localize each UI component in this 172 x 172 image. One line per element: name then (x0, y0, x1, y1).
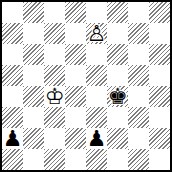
square-a7[interactable] (2, 23, 23, 44)
square-f7[interactable] (107, 23, 128, 44)
square-b1[interactable] (23, 149, 44, 170)
square-h4[interactable] (149, 86, 170, 107)
white-king-c4[interactable]: ♔ (45, 86, 65, 107)
square-f8[interactable] (107, 2, 128, 23)
white-pawn-e7[interactable]: ♙ (87, 23, 107, 44)
square-e6[interactable] (86, 44, 107, 65)
square-g1[interactable] (128, 149, 149, 170)
square-g4[interactable] (128, 86, 149, 107)
square-c1[interactable] (44, 149, 65, 170)
square-c2[interactable] (44, 128, 65, 149)
square-d7[interactable] (65, 23, 86, 44)
square-d4[interactable] (65, 86, 86, 107)
square-g7[interactable] (128, 23, 149, 44)
square-e3[interactable] (86, 107, 107, 128)
square-a8[interactable] (2, 2, 23, 23)
square-c7[interactable] (44, 23, 65, 44)
square-c6[interactable] (44, 44, 65, 65)
square-g2[interactable] (128, 128, 149, 149)
black-pawn-a2[interactable]: ♟ (3, 128, 23, 149)
square-a5[interactable] (2, 65, 23, 86)
square-g6[interactable] (128, 44, 149, 65)
square-h2[interactable] (149, 128, 170, 149)
square-a1[interactable] (2, 149, 23, 170)
square-b7[interactable] (23, 23, 44, 44)
square-c5[interactable] (44, 65, 65, 86)
square-b4[interactable] (23, 86, 44, 107)
square-f1[interactable] (107, 149, 128, 170)
square-h8[interactable] (149, 2, 170, 23)
chess-board: ♙♔♚♟♟ (0, 0, 172, 172)
square-c8[interactable] (44, 2, 65, 23)
square-c4[interactable]: ♔ (44, 86, 65, 107)
square-b5[interactable] (23, 65, 44, 86)
square-d5[interactable] (65, 65, 86, 86)
square-h6[interactable] (149, 44, 170, 65)
square-d2[interactable] (65, 128, 86, 149)
square-e1[interactable] (86, 149, 107, 170)
square-a6[interactable] (2, 44, 23, 65)
square-h1[interactable] (149, 149, 170, 170)
square-b3[interactable] (23, 107, 44, 128)
square-c3[interactable] (44, 107, 65, 128)
square-f3[interactable] (107, 107, 128, 128)
square-e7[interactable]: ♙ (86, 23, 107, 44)
black-king-f4[interactable]: ♚ (108, 86, 128, 107)
square-f6[interactable] (107, 44, 128, 65)
square-a4[interactable] (2, 86, 23, 107)
square-g3[interactable] (128, 107, 149, 128)
square-f4[interactable]: ♚ (107, 86, 128, 107)
square-f5[interactable] (107, 65, 128, 86)
square-h5[interactable] (149, 65, 170, 86)
square-e4[interactable] (86, 86, 107, 107)
square-a2[interactable]: ♟ (2, 128, 23, 149)
square-d6[interactable] (65, 44, 86, 65)
square-e2[interactable]: ♟ (86, 128, 107, 149)
square-h3[interactable] (149, 107, 170, 128)
square-b8[interactable] (23, 2, 44, 23)
square-a3[interactable] (2, 107, 23, 128)
square-e5[interactable] (86, 65, 107, 86)
square-b2[interactable] (23, 128, 44, 149)
square-d3[interactable] (65, 107, 86, 128)
square-g8[interactable] (128, 2, 149, 23)
square-g5[interactable] (128, 65, 149, 86)
black-pawn-e2[interactable]: ♟ (87, 128, 107, 149)
square-b6[interactable] (23, 44, 44, 65)
square-d1[interactable] (65, 149, 86, 170)
square-h7[interactable] (149, 23, 170, 44)
square-e8[interactable] (86, 2, 107, 23)
square-d8[interactable] (65, 2, 86, 23)
square-f2[interactable] (107, 128, 128, 149)
